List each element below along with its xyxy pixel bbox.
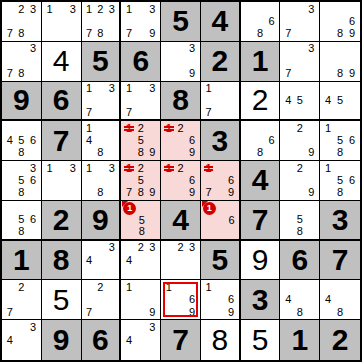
- empty-mark-slot: [282, 3, 294, 15]
- eliminated-candidate: 1: [123, 122, 135, 134]
- empty-mark-slot: [334, 162, 346, 174]
- eliminated-candidate: 1: [163, 162, 175, 174]
- pencil-marks: 23: [163, 242, 198, 279]
- empty-mark-slot: [55, 162, 67, 174]
- empty-mark-slot: [16, 43, 28, 55]
- cell-r4c6[interactable]: 3: [201, 121, 241, 161]
- empty-mark-slot: [163, 55, 175, 67]
- empty-mark-slot: [147, 334, 159, 347]
- empty-mark-slot: [282, 83, 294, 95]
- empty-mark-slot: [322, 55, 334, 67]
- cell-r6c7[interactable]: 7: [241, 201, 281, 241]
- candidate: 9: [306, 187, 318, 199]
- empty-mark-slot: [67, 28, 79, 40]
- cell-r5c4[interactable]: 125789: [121, 161, 161, 201]
- empty-mark-slot: [282, 202, 294, 214]
- cell-r8c9[interactable]: 48: [320, 280, 360, 320]
- candidate: 7: [123, 106, 135, 118]
- empty-mark-slot: [294, 106, 306, 118]
- candidate: 8: [16, 67, 28, 79]
- cell-r5c1[interactable]: 3568: [2, 161, 42, 201]
- cell-r8c4[interactable]: 19: [121, 280, 161, 320]
- candidate: 4: [4, 334, 16, 347]
- pencil-marks: 158: [123, 202, 158, 238]
- empty-mark-slot: [123, 266, 135, 278]
- empty-mark-slot: [294, 281, 306, 293]
- empty-mark-slot: [27, 67, 39, 79]
- candidate: 8: [136, 226, 147, 237]
- empty-mark-slot: [322, 306, 334, 318]
- cell-r6c4[interactable]: 158: [121, 201, 161, 241]
- empty-mark-slot: [266, 28, 278, 40]
- empty-mark-slot: [27, 334, 39, 347]
- cell-r2c9[interactable]: 89: [320, 42, 360, 82]
- candidate: 8: [334, 67, 346, 79]
- empty-mark-slot: [147, 135, 159, 147]
- empty-mark-slot: [163, 43, 175, 55]
- given-digit: 9: [92, 205, 109, 235]
- empty-mark-slot: [282, 187, 294, 199]
- empty-mark-slot: [135, 294, 147, 306]
- pencil-marks: 137: [84, 83, 118, 119]
- cell-r1c4[interactable]: 1379: [121, 2, 161, 42]
- empty-mark-slot: [163, 266, 175, 278]
- empty-mark-slot: [306, 67, 318, 79]
- cell-r4c1[interactable]: 4568: [2, 121, 42, 161]
- empty-mark-slot: [214, 306, 225, 318]
- empty-mark-slot: [203, 94, 214, 106]
- empty-mark-slot: [4, 202, 16, 214]
- empty-mark-slot: [346, 43, 358, 55]
- cell-r7c6[interactable]: 5: [201, 241, 241, 281]
- cell-r2c8[interactable]: 37: [280, 42, 320, 82]
- cell-r7c5[interactable]: 23: [161, 241, 201, 281]
- pencil-marks: 1269: [163, 162, 198, 199]
- cell-r3c6[interactable]: 17: [201, 82, 241, 122]
- candidate: 8: [254, 28, 266, 40]
- given-digit: 6: [92, 325, 109, 355]
- cell-r7c1[interactable]: 1: [2, 241, 42, 281]
- empty-mark-slot: [175, 281, 187, 293]
- cell-r7c9[interactable]: 7: [320, 241, 360, 281]
- cell-r7c8[interactable]: 6: [280, 241, 320, 281]
- cell-r5c9[interactable]: 1568: [320, 161, 360, 201]
- given-digit: 3: [211, 126, 228, 156]
- empty-mark-slot: [306, 174, 318, 186]
- empty-mark-slot: [147, 162, 159, 174]
- cell-r8c8[interactable]: 48: [280, 280, 320, 320]
- candidate: 7: [84, 306, 95, 318]
- empty-mark-slot: [334, 3, 346, 15]
- cell-r4c8[interactable]: 29: [280, 121, 320, 161]
- empty-mark-slot: [123, 174, 135, 186]
- cell-r4c9[interactable]: 1568: [320, 121, 360, 161]
- given-digit: 5: [211, 245, 228, 275]
- cell-r5c2[interactable]: 13: [42, 161, 82, 201]
- empty-mark-slot: [322, 174, 334, 186]
- cell-r6c3[interactable]: 9: [82, 201, 122, 241]
- empty-mark-slot: [106, 281, 117, 293]
- empty-mark-slot: [163, 67, 175, 79]
- cell-r9c2[interactable]: 9: [42, 320, 82, 360]
- cell-r6c2[interactable]: 2: [42, 201, 82, 241]
- candidate: 1: [84, 162, 95, 174]
- empty-mark-slot: [214, 281, 225, 293]
- empty-mark-slot: [346, 306, 358, 318]
- cell-r3c7[interactable]: 2: [241, 82, 281, 122]
- empty-mark-slot: [4, 294, 16, 306]
- empty-mark-slot: [243, 147, 255, 159]
- cell-r1c3[interactable]: 12378: [82, 2, 122, 42]
- candidate: 1: [84, 83, 95, 95]
- cell-r3c5[interactable]: 8: [161, 82, 201, 122]
- candidate: 2: [135, 162, 147, 174]
- pencil-marks: 3568: [4, 162, 39, 199]
- empty-mark-slot: [67, 174, 79, 186]
- candidate: 4: [84, 135, 95, 147]
- cell-r4c5[interactable]: 1269: [161, 121, 201, 161]
- candidate: 9: [186, 147, 198, 159]
- empty-mark-slot: [214, 83, 225, 95]
- empty-mark-slot: [16, 346, 28, 359]
- pencil-marks: 1568: [322, 162, 358, 199]
- empty-mark-slot: [27, 281, 39, 293]
- empty-mark-slot: [294, 174, 306, 186]
- solved-digit: 5: [252, 325, 269, 355]
- empty-mark-slot: [294, 135, 306, 147]
- cell-r9c4[interactable]: 34: [121, 320, 161, 360]
- eliminated-candidate: 1: [163, 122, 175, 134]
- empty-mark-slot: [147, 281, 159, 293]
- cell-r1c2[interactable]: 13: [42, 2, 82, 42]
- candidate: 9: [306, 147, 318, 159]
- empty-mark-slot: [243, 122, 255, 134]
- empty-mark-slot: [294, 28, 306, 40]
- empty-mark-slot: [294, 55, 306, 67]
- given-digit: 1: [13, 245, 30, 275]
- empty-mark-slot: [346, 294, 358, 306]
- empty-mark-slot: [243, 28, 255, 40]
- given-digit: 6: [132, 46, 149, 76]
- cell-r3c8[interactable]: 45: [280, 82, 320, 122]
- candidate: 9: [346, 28, 358, 40]
- empty-mark-slot: [123, 147, 135, 159]
- empty-mark-slot: [225, 83, 236, 95]
- candidate: 9: [186, 67, 198, 79]
- empty-mark-slot: [16, 202, 28, 214]
- cell-r4c7[interactable]: 68: [241, 121, 281, 161]
- empty-mark-slot: [186, 162, 198, 174]
- pencil-marks: 378: [4, 43, 39, 80]
- pencil-marks: 19: [123, 281, 158, 318]
- empty-mark-slot: [282, 226, 294, 238]
- empty-mark-slot: [322, 83, 334, 95]
- empty-mark-slot: [266, 147, 278, 159]
- candidate: 9: [147, 306, 159, 318]
- empty-mark-slot: [4, 346, 16, 359]
- candidate: 6: [266, 15, 278, 27]
- empty-mark-slot: [84, 15, 95, 27]
- candidate: 3: [67, 3, 79, 15]
- empty-mark-slot: [55, 28, 67, 40]
- empty-mark-slot: [4, 162, 16, 174]
- cell-r8c2[interactable]: 5: [42, 280, 82, 320]
- empty-mark-slot: [4, 122, 16, 134]
- empty-mark-slot: [175, 135, 187, 147]
- pencil-marks: 27: [84, 281, 118, 318]
- cell-r6c8[interactable]: 58: [280, 201, 320, 241]
- empty-mark-slot: [306, 15, 318, 27]
- given-digit: 1: [291, 325, 308, 355]
- pencil-marks: 39: [163, 43, 198, 80]
- empty-mark-slot: [186, 122, 198, 134]
- cell-r7c3[interactable]: 34: [82, 241, 122, 281]
- given-digit: 3: [332, 205, 349, 235]
- empty-mark-slot: [294, 187, 306, 199]
- empty-mark-slot: [282, 174, 294, 186]
- cell-r1c8[interactable]: 37: [280, 2, 320, 42]
- candidate: 3: [147, 83, 159, 95]
- empty-mark-slot: [346, 187, 358, 199]
- cell-r9c8[interactable]: 1: [280, 320, 320, 360]
- empty-mark-slot: [322, 28, 334, 40]
- cell-r8c5[interactable]: 169: [161, 280, 201, 320]
- empty-mark-slot: [175, 266, 187, 278]
- cell-r2c1[interactable]: 378: [2, 42, 42, 82]
- candidate: 2: [95, 3, 106, 15]
- empty-mark-slot: [147, 266, 159, 278]
- pencil-marks: 68: [243, 122, 278, 159]
- candidate: 7: [123, 187, 135, 199]
- cell-r1c1[interactable]: 2378: [2, 2, 42, 42]
- cell-r9c7[interactable]: 5: [241, 320, 281, 360]
- empty-mark-slot: [346, 106, 358, 118]
- empty-mark-slot: [4, 321, 16, 334]
- cell-r6c1[interactable]: 568: [2, 201, 42, 241]
- empty-mark-slot: [106, 174, 117, 186]
- cell-r7c7[interactable]: 9: [241, 241, 281, 281]
- empty-mark-slot: [27, 122, 39, 134]
- cell-r9c1[interactable]: 34: [2, 320, 42, 360]
- cell-r3c9[interactable]: 45: [320, 82, 360, 122]
- empty-mark-slot: [84, 187, 95, 199]
- empty-mark-slot: [95, 83, 106, 95]
- candidate: 1: [203, 83, 214, 95]
- candidate: 6: [266, 135, 278, 147]
- empty-mark-slot: [294, 67, 306, 79]
- cell-r4c3[interactable]: 148: [82, 121, 122, 161]
- empty-mark-slot: [84, 242, 95, 254]
- pencil-marks: 48: [282, 281, 317, 318]
- empty-mark-slot: [306, 94, 318, 106]
- empty-mark-slot: [106, 106, 117, 118]
- empty-mark-slot: [95, 122, 106, 134]
- candidate: 3: [106, 83, 117, 95]
- given-digit: 2: [211, 46, 228, 76]
- empty-mark-slot: [294, 202, 306, 214]
- pencil-marks: 34: [4, 321, 39, 359]
- candidate: 2: [135, 122, 147, 134]
- candidate: 2: [135, 242, 147, 254]
- given-digit: 7: [252, 205, 269, 235]
- empty-mark-slot: [322, 135, 334, 147]
- pencil-marks: 689: [322, 3, 358, 40]
- cell-r5c8[interactable]: 29: [280, 161, 320, 201]
- pencil-marks: 37: [282, 3, 317, 40]
- empty-mark-slot: [106, 122, 117, 134]
- cell-r4c2[interactable]: 7: [42, 121, 82, 161]
- cell-r6c6[interactable]: 16: [201, 201, 241, 241]
- cell-r3c1[interactable]: 9: [2, 82, 42, 122]
- cell-r1c6[interactable]: 4: [201, 2, 241, 42]
- empty-mark-slot: [106, 294, 117, 306]
- pencil-marks: 1679: [203, 162, 237, 199]
- candidate: 3: [27, 321, 39, 334]
- candidate: 4: [282, 94, 294, 106]
- empty-mark-slot: [334, 281, 346, 293]
- cell-r1c7[interactable]: 68: [241, 2, 281, 42]
- cell-r9c9[interactable]: 2: [320, 320, 360, 360]
- cell-r2c3[interactable]: 5: [82, 42, 122, 82]
- pencil-marks: 34: [123, 321, 158, 359]
- cell-r6c5[interactable]: 4: [161, 201, 201, 241]
- empty-mark-slot: [135, 346, 147, 359]
- candidate: 8: [135, 147, 147, 159]
- pencil-marks: 2378: [4, 3, 39, 40]
- given-digit: 4: [172, 205, 189, 235]
- empty-mark-slot: [306, 306, 318, 318]
- cell-r3c4[interactable]: 137: [121, 82, 161, 122]
- cell-r1c9[interactable]: 689: [320, 2, 360, 42]
- cell-r8c1[interactable]: 27: [2, 280, 42, 320]
- empty-mark-slot: [95, 242, 106, 254]
- candidate: 1: [123, 3, 135, 15]
- empty-mark-slot: [27, 306, 39, 318]
- cell-r2c6[interactable]: 2: [201, 42, 241, 82]
- candidate: 6: [186, 174, 198, 186]
- cell-r2c5[interactable]: 39: [161, 42, 201, 82]
- cell-r7c2[interactable]: 8: [42, 241, 82, 281]
- empty-mark-slot: [27, 28, 39, 40]
- cell-r1c5[interactable]: 5: [161, 2, 201, 42]
- candidate: 5: [334, 135, 346, 147]
- cell-r7c4[interactable]: 234: [121, 241, 161, 281]
- solved-digit: 8: [211, 325, 228, 355]
- empty-mark-slot: [95, 94, 106, 106]
- pencil-marks: 17: [203, 83, 237, 119]
- solved-digit: 4: [53, 46, 70, 76]
- empty-mark-slot: [27, 187, 39, 199]
- cell-r8c3[interactable]: 27: [82, 280, 122, 320]
- empty-mark-slot: [334, 106, 346, 118]
- cell-r4c4[interactable]: 12589: [121, 121, 161, 161]
- empty-mark-slot: [135, 254, 147, 266]
- candidate: 2: [175, 122, 187, 134]
- empty-mark-slot: [27, 15, 39, 27]
- cell-r8c6[interactable]: 169: [201, 280, 241, 320]
- empty-mark-slot: [175, 174, 187, 186]
- empty-mark-slot: [106, 254, 117, 266]
- cell-r9c6[interactable]: 8: [201, 320, 241, 360]
- empty-mark-slot: [84, 294, 95, 306]
- empty-mark-slot: [67, 15, 79, 27]
- candidate: 4: [322, 294, 334, 306]
- empty-mark-slot: [175, 294, 187, 306]
- empty-mark-slot: [282, 122, 294, 134]
- candidate: 2: [175, 242, 187, 254]
- empty-mark-slot: [147, 94, 159, 106]
- candidate: 9: [225, 187, 236, 199]
- empty-mark-slot: [294, 83, 306, 95]
- empty-mark-slot: [282, 43, 294, 55]
- cell-r9c3[interactable]: 6: [82, 320, 122, 360]
- cell-r8c7[interactable]: 3: [241, 280, 281, 320]
- empty-mark-slot: [147, 215, 158, 226]
- empty-mark-slot: [135, 321, 147, 334]
- empty-mark-slot: [175, 306, 187, 318]
- cell-r5c7[interactable]: 4: [241, 161, 281, 201]
- cell-r2c4[interactable]: 6: [121, 42, 161, 82]
- empty-mark-slot: [163, 187, 175, 199]
- empty-mark-slot: [135, 3, 147, 15]
- empty-mark-slot: [84, 94, 95, 106]
- candidate: 4: [4, 135, 16, 147]
- candidate: 3: [67, 162, 79, 174]
- candidate: 6: [225, 294, 236, 306]
- empty-mark-slot: [27, 294, 39, 306]
- empty-mark-slot: [4, 174, 16, 186]
- cell-r3c2[interactable]: 6: [42, 82, 82, 122]
- empty-mark-slot: [346, 94, 358, 106]
- empty-mark-slot: [186, 254, 198, 266]
- empty-mark-slot: [27, 55, 39, 67]
- candidate: 3: [186, 43, 198, 55]
- candidate: 3: [27, 43, 39, 55]
- empty-mark-slot: [84, 147, 95, 159]
- empty-mark-slot: [135, 281, 147, 293]
- empty-mark-slot: [55, 174, 67, 186]
- candidate: 8: [16, 187, 28, 199]
- empty-mark-slot: [306, 83, 318, 95]
- empty-mark-slot: [322, 43, 334, 55]
- candidate: 9: [147, 187, 159, 199]
- candidate: 5: [294, 94, 306, 106]
- empty-mark-slot: [4, 281, 16, 293]
- candidate: 1: [322, 122, 334, 134]
- cell-r9c5[interactable]: 7: [161, 320, 201, 360]
- empty-mark-slot: [136, 202, 147, 215]
- cell-r5c3[interactable]: 138: [82, 161, 122, 201]
- empty-mark-slot: [322, 67, 334, 79]
- chain-candidate: 1: [203, 202, 216, 215]
- cell-r6c9[interactable]: 3: [320, 201, 360, 241]
- cell-r5c6[interactable]: 1679: [201, 161, 241, 201]
- pencil-marks: 27: [4, 281, 39, 318]
- cell-r5c5[interactable]: 1269: [161, 161, 201, 201]
- empty-mark-slot: [334, 55, 346, 67]
- empty-mark-slot: [306, 106, 318, 118]
- empty-mark-slot: [147, 346, 159, 359]
- pencil-marks: 234: [123, 242, 158, 279]
- empty-mark-slot: [322, 147, 334, 159]
- empty-mark-slot: [16, 55, 28, 67]
- empty-mark-slot: [27, 202, 39, 214]
- cell-r3c3[interactable]: 137: [82, 82, 122, 122]
- cell-r2c7[interactable]: 1: [241, 42, 281, 82]
- pencil-marks: 1269: [163, 122, 198, 159]
- cell-r2c2[interactable]: 4: [42, 42, 82, 82]
- pencil-marks: 568: [4, 202, 39, 238]
